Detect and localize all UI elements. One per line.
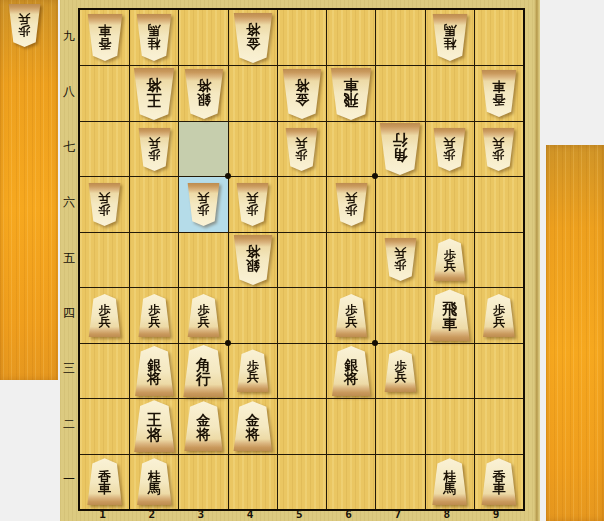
- piece-face: 歩兵: [138, 294, 171, 337]
- piece-kanji: 歩: [394, 258, 406, 270]
- board-cell-9九[interactable]: [474, 10, 523, 65]
- piece-face: 桂馬: [432, 14, 468, 61]
- piece-face: 角行: [183, 345, 225, 397]
- board-cell-6三[interactable]: 銀将: [326, 343, 375, 398]
- board-cell-7一[interactable]: [375, 454, 424, 509]
- piece-silver-rotated[interactable]: 銀将: [184, 69, 224, 119]
- piece-kanji: 兵: [247, 372, 259, 384]
- piece-face: 歩兵: [433, 238, 466, 281]
- piece-pawn-rotated[interactable]: 歩兵: [138, 128, 171, 171]
- piece-face: 金将: [184, 401, 224, 451]
- board-cell-3七[interactable]: [178, 121, 227, 176]
- board-cell-5三[interactable]: [277, 343, 326, 398]
- board-cell-8六[interactable]: [425, 176, 474, 231]
- rank-label-三: 三: [60, 340, 78, 396]
- piece-kanji: 将: [246, 245, 260, 259]
- board-cell-4三[interactable]: 歩兵: [228, 343, 277, 398]
- piece-gold[interactable]: 金将: [233, 401, 273, 451]
- shogi-app: 歩兵 九八七六五四三二一 123456789 香車桂馬金将桂馬王将銀将金将飛車香…: [0, 0, 604, 521]
- board-cell-2八[interactable]: 王将: [129, 65, 178, 120]
- piece-pawn-rotated[interactable]: 歩兵: [8, 4, 41, 47]
- piece-pawn[interactable]: 歩兵: [236, 349, 269, 392]
- piece-face: 歩兵: [8, 4, 41, 47]
- board-cell-7九[interactable]: [375, 10, 424, 65]
- piece-kanji: 兵: [394, 372, 406, 384]
- piece-gold[interactable]: 金将: [184, 401, 224, 451]
- piece-kanji: 馬: [443, 483, 456, 496]
- piece-face: 銀将: [331, 346, 371, 396]
- rank-label-四: 四: [60, 285, 78, 341]
- rank-label-五: 五: [60, 230, 78, 286]
- board-cell-5七[interactable]: 歩兵: [277, 121, 326, 176]
- piece-kanji: 兵: [345, 317, 357, 329]
- rank-label-八: 八: [60, 63, 78, 119]
- board-cell-9七[interactable]: 歩兵: [474, 121, 523, 176]
- piece-face: 飛車: [330, 68, 372, 120]
- board-cell-4一[interactable]: [228, 454, 277, 509]
- piece-kanji: 車: [492, 483, 505, 496]
- piece-kanji: 車: [442, 317, 457, 332]
- board-cell-3八[interactable]: 銀将: [178, 65, 227, 120]
- board-cell-6一[interactable]: [326, 454, 375, 509]
- piece-kanji: 王: [147, 92, 162, 107]
- piece-face: 飛車: [429, 289, 471, 341]
- board-cell-7二[interactable]: [375, 398, 424, 453]
- piece-face: 歩兵: [88, 294, 121, 337]
- star-point: [225, 173, 231, 179]
- board-cell-2三[interactable]: 銀将: [129, 343, 178, 398]
- piece-kanji: 馬: [148, 23, 161, 36]
- piece-kanji: 香: [492, 92, 505, 105]
- piece-face: 歩兵: [88, 183, 121, 226]
- piece-gold-rotated[interactable]: 金将: [233, 13, 273, 63]
- piece-kanji: 将: [344, 372, 358, 386]
- board-cell-5二[interactable]: [277, 398, 326, 453]
- piece-knight[interactable]: 桂馬: [432, 458, 468, 505]
- board-cell-8三[interactable]: [425, 343, 474, 398]
- piece-pawn[interactable]: 歩兵: [187, 294, 220, 337]
- piece-face: 歩兵: [285, 128, 318, 171]
- board-cell-4二[interactable]: 金将: [228, 398, 277, 453]
- piece-kanji: 将: [147, 428, 162, 443]
- board-cell-5五[interactable]: [277, 232, 326, 287]
- piece-kanji: 兵: [148, 136, 160, 148]
- rank-label-七: 七: [60, 119, 78, 175]
- piece-kanji: 兵: [493, 136, 505, 148]
- piece-rook[interactable]: 飛車: [429, 289, 471, 341]
- piece-kanji: 桂: [443, 36, 456, 49]
- piece-face: 銀将: [134, 346, 174, 396]
- piece-lance-rotated[interactable]: 香車: [87, 14, 123, 61]
- piece-king-rotated[interactable]: 王将: [133, 68, 175, 120]
- piece-rook-rotated[interactable]: 飛車: [330, 68, 372, 120]
- piece-kanji: 車: [492, 79, 505, 92]
- board-cell-2九[interactable]: 桂馬: [129, 10, 178, 65]
- board-cell-8七[interactable]: 歩兵: [425, 121, 474, 176]
- board-cell-2四[interactable]: 歩兵: [129, 287, 178, 342]
- piece-kanji: 兵: [247, 191, 259, 203]
- board-cell-5四[interactable]: [277, 287, 326, 342]
- board-cell-3一[interactable]: [178, 454, 227, 509]
- piece-pawn[interactable]: 歩兵: [335, 294, 368, 337]
- piece-pawn[interactable]: 歩兵: [384, 349, 417, 392]
- piece-face: 香車: [481, 70, 517, 117]
- board-cell-1六[interactable]: 歩兵: [80, 176, 129, 231]
- piece-pawn-rotated[interactable]: 歩兵: [482, 128, 515, 171]
- piece-knight[interactable]: 桂馬: [136, 458, 172, 505]
- board-cell-4五[interactable]: 銀将: [228, 232, 277, 287]
- piece-face: 歩兵: [236, 349, 269, 392]
- board-grid: 香車桂馬金将桂馬王将銀将金将飛車香車歩兵歩兵角行歩兵歩兵歩兵歩兵歩兵歩兵銀将歩兵…: [78, 8, 525, 511]
- board-cell-7五[interactable]: 歩兵: [375, 232, 424, 287]
- board-cell-2六[interactable]: [129, 176, 178, 231]
- piece-pawn-rotated[interactable]: 歩兵: [285, 128, 318, 171]
- piece-face: 香車: [481, 458, 517, 505]
- piece-kanji: 兵: [19, 12, 31, 24]
- board-cell-5一[interactable]: [277, 454, 326, 509]
- board-cell-3二[interactable]: 金将: [178, 398, 227, 453]
- piece-pawn[interactable]: 歩兵: [433, 238, 466, 281]
- board-cell-1九[interactable]: 香車: [80, 10, 129, 65]
- board-cell-6七[interactable]: [326, 121, 375, 176]
- piece-face: 金将: [233, 401, 273, 451]
- board-cell-9八[interactable]: 香車: [474, 65, 523, 120]
- piece-pawn[interactable]: 歩兵: [482, 294, 515, 337]
- board-cell-8九[interactable]: 桂馬: [425, 10, 474, 65]
- rank-label-六: 六: [60, 174, 78, 230]
- board-cell-6五[interactable]: [326, 232, 375, 287]
- board-cell-7八[interactable]: [375, 65, 424, 120]
- piece-silver-rotated[interactable]: 銀将: [233, 235, 273, 285]
- piece-knight-rotated[interactable]: 桂馬: [432, 14, 468, 61]
- piece-silver[interactable]: 銀将: [134, 346, 174, 396]
- piece-kanji: 銀: [246, 258, 260, 272]
- piece-face: 香車: [87, 458, 123, 505]
- piece-silver[interactable]: 銀将: [331, 346, 371, 396]
- board-cell-4九[interactable]: 金将: [228, 10, 277, 65]
- board-cell-4六[interactable]: 歩兵: [228, 176, 277, 231]
- piece-face: 歩兵: [335, 183, 368, 226]
- piece-bishop-rotated[interactable]: 角行: [379, 123, 421, 175]
- board-cell-8二[interactable]: [425, 398, 474, 453]
- board-cell-9四[interactable]: 歩兵: [474, 287, 523, 342]
- piece-kanji: 兵: [198, 317, 210, 329]
- piece-pawn-rotated[interactable]: 歩兵: [384, 238, 417, 281]
- board-cell-2五[interactable]: [129, 232, 178, 287]
- board-cell-9三[interactable]: [474, 343, 523, 398]
- piece-pawn-rotated[interactable]: 歩兵: [236, 183, 269, 226]
- piece-gold-rotated[interactable]: 金将: [282, 69, 322, 119]
- piece-face: 歩兵: [187, 294, 220, 337]
- piece-kanji: 将: [246, 23, 260, 37]
- star-point: [372, 340, 378, 346]
- board-cell-1三[interactable]: [80, 343, 129, 398]
- piece-face: 歩兵: [187, 183, 220, 226]
- piece-kanji: 将: [295, 78, 309, 92]
- piece-pawn-rotated[interactable]: 歩兵: [88, 183, 121, 226]
- board-cell-8一[interactable]: 桂馬: [425, 454, 474, 509]
- piece-kanji: 兵: [493, 317, 505, 329]
- piece-face: 桂馬: [136, 14, 172, 61]
- piece-kanji: 将: [197, 78, 211, 92]
- piece-kanji: 角: [393, 148, 408, 163]
- piece-kanji: 香: [98, 36, 111, 49]
- piece-kanji: 将: [147, 77, 162, 92]
- board-cell-3九[interactable]: [178, 10, 227, 65]
- piece-face: 歩兵: [482, 128, 515, 171]
- piece-kanji: 車: [98, 23, 111, 36]
- board-cell-4八[interactable]: [228, 65, 277, 120]
- piece-face: 王将: [133, 68, 175, 120]
- piece-kanji: 車: [98, 483, 111, 496]
- board-cell-3三[interactable]: 角行: [178, 343, 227, 398]
- board-cell-6四[interactable]: 歩兵: [326, 287, 375, 342]
- piece-kanji: 金: [295, 92, 309, 106]
- piece-pawn[interactable]: 歩兵: [138, 294, 171, 337]
- piece-kanji: 馬: [443, 23, 456, 36]
- board-cell-1二[interactable]: [80, 398, 129, 453]
- piece-lance-rotated[interactable]: 香車: [481, 70, 517, 117]
- piece-face: 歩兵: [482, 294, 515, 337]
- piece-face: 歩兵: [335, 294, 368, 337]
- board-cell-8五[interactable]: 歩兵: [425, 232, 474, 287]
- piece-kanji: 将: [246, 428, 260, 442]
- piece-kanji: 兵: [148, 317, 160, 329]
- piece-kanji: 行: [196, 372, 211, 387]
- board-cell-7四[interactable]: [375, 287, 424, 342]
- piece-pawn-rotated[interactable]: 歩兵: [433, 128, 466, 171]
- board-cell-3四[interactable]: 歩兵: [178, 287, 227, 342]
- board-cell-1一[interactable]: 香車: [80, 454, 129, 509]
- board-cell-1七[interactable]: [80, 121, 129, 176]
- piece-kanji: 兵: [99, 191, 111, 203]
- board-cell-2一[interactable]: 桂馬: [129, 454, 178, 509]
- piece-bishop[interactable]: 角行: [183, 345, 225, 397]
- rank-label-二: 二: [60, 396, 78, 452]
- board-cell-2二[interactable]: 王将: [129, 398, 178, 453]
- piece-kanji: 飛: [344, 92, 359, 107]
- piece-kanji: 馬: [148, 483, 161, 496]
- piece-kanji: 兵: [394, 247, 406, 259]
- piece-kanji: 将: [147, 372, 161, 386]
- piece-kanji: 兵: [444, 136, 456, 148]
- board-cell-5八[interactable]: 金将: [277, 65, 326, 120]
- board-cell-8四[interactable]: 飛車: [425, 287, 474, 342]
- board-cell-4七[interactable]: [228, 121, 277, 176]
- board-cell-2七[interactable]: 歩兵: [129, 121, 178, 176]
- board-cell-3五[interactable]: [178, 232, 227, 287]
- piece-kanji: 兵: [444, 261, 456, 273]
- board-cell-6九[interactable]: [326, 10, 375, 65]
- board-cell-9一[interactable]: 香車: [474, 454, 523, 509]
- piece-face: 歩兵: [433, 128, 466, 171]
- piece-face: 歩兵: [384, 238, 417, 281]
- board-cell-9六[interactable]: [474, 176, 523, 231]
- board-cell-7六[interactable]: [375, 176, 424, 231]
- piece-kanji: 兵: [198, 191, 210, 203]
- piece-pawn[interactable]: 歩兵: [88, 294, 121, 337]
- piece-face: 銀将: [233, 235, 273, 285]
- star-point: [225, 340, 231, 346]
- board-cell-5六[interactable]: [277, 176, 326, 231]
- piece-kanji: 兵: [296, 136, 308, 148]
- rank-label-一: 一: [60, 451, 78, 507]
- board-cell-9二[interactable]: [474, 398, 523, 453]
- piece-pawn-rotated[interactable]: 歩兵: [335, 183, 368, 226]
- piece-kanji: 兵: [345, 191, 357, 203]
- piece-face: 角行: [379, 123, 421, 175]
- board-cell-7七[interactable]: 角行: [375, 121, 424, 176]
- captured-pieces-top-player: 歩兵: [8, 4, 41, 47]
- piece-face: 金将: [233, 13, 273, 63]
- piece-kanji: 兵: [99, 317, 111, 329]
- rank-label-九: 九: [60, 8, 78, 64]
- piece-kanji: 車: [344, 77, 359, 92]
- board-cell-3六[interactable]: 歩兵: [178, 176, 227, 231]
- piece-face: 桂馬: [136, 458, 172, 505]
- board-cell-6二[interactable]: [326, 398, 375, 453]
- piece-knight-rotated[interactable]: 桂馬: [136, 14, 172, 61]
- piece-kanji: 桂: [148, 36, 161, 49]
- piece-face: 銀将: [184, 69, 224, 119]
- board-cell-6六[interactable]: 歩兵: [326, 176, 375, 231]
- piece-face: 桂馬: [432, 458, 468, 505]
- piece-kanji: 金: [246, 36, 260, 50]
- komadai-left[interactable]: 歩兵: [0, 0, 58, 380]
- piece-kanji: 行: [393, 133, 408, 148]
- board-cell-1五[interactable]: [80, 232, 129, 287]
- piece-face: 歩兵: [384, 349, 417, 392]
- piece-kanji: 銀: [197, 92, 211, 106]
- board-cell-7三[interactable]: 歩兵: [375, 343, 424, 398]
- board-cell-4四[interactable]: [228, 287, 277, 342]
- piece-lance[interactable]: 香車: [87, 458, 123, 505]
- piece-kanji: 将: [197, 428, 211, 442]
- board-cell-1四[interactable]: 歩兵: [80, 287, 129, 342]
- board-cell-1八[interactable]: [80, 65, 129, 120]
- board-cell-5九[interactable]: [277, 10, 326, 65]
- board-cell-9五[interactable]: [474, 232, 523, 287]
- piece-face: 王将: [133, 400, 175, 452]
- piece-pawn-rotated[interactable]: 歩兵: [187, 183, 220, 226]
- piece-king[interactable]: 王将: [133, 400, 175, 452]
- piece-lance[interactable]: 香車: [481, 458, 517, 505]
- piece-face: 金将: [282, 69, 322, 119]
- board-cell-6八[interactable]: 飛車: [326, 65, 375, 120]
- piece-face: 歩兵: [138, 128, 171, 171]
- komadai-right[interactable]: [546, 145, 604, 521]
- piece-face: 歩兵: [236, 183, 269, 226]
- piece-face: 香車: [87, 14, 123, 61]
- board-cell-8八[interactable]: [425, 65, 474, 120]
